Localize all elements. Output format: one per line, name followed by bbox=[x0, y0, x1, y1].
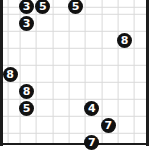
island[interactable]: 5 bbox=[68, 0, 83, 14]
island[interactable]: 4 bbox=[84, 101, 99, 116]
island-number: 5 bbox=[35, 0, 50, 14]
island[interactable]: 3 bbox=[19, 16, 34, 31]
island-number: 4 bbox=[84, 101, 99, 116]
island[interactable]: 5 bbox=[35, 0, 50, 14]
island-number: 5 bbox=[19, 101, 34, 116]
frame-bottom-border bbox=[0, 143, 149, 146]
island[interactable]: 7 bbox=[101, 118, 116, 133]
island-number: 8 bbox=[19, 84, 34, 99]
island[interactable]: 5 bbox=[19, 101, 34, 116]
island-number: 7 bbox=[84, 135, 99, 150]
island-number: 8 bbox=[117, 33, 132, 48]
frame-right-border bbox=[146, 0, 149, 146]
puzzle-board[interactable]: 35538885477 bbox=[0, 0, 150, 150]
island[interactable]: 8 bbox=[3, 67, 18, 82]
island-number: 5 bbox=[68, 0, 83, 14]
island-number: 7 bbox=[101, 118, 116, 133]
island-number: 8 bbox=[3, 67, 18, 82]
island[interactable]: 8 bbox=[117, 33, 132, 48]
island-number: 3 bbox=[19, 16, 34, 31]
island-number: 3 bbox=[19, 0, 34, 14]
island[interactable]: 8 bbox=[19, 84, 34, 99]
island[interactable]: 3 bbox=[19, 0, 34, 14]
island[interactable]: 7 bbox=[84, 135, 99, 150]
